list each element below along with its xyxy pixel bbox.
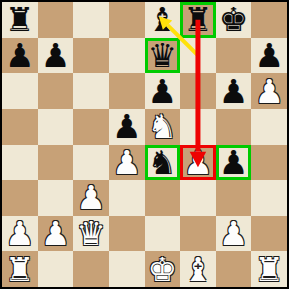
piece-white-pawn-d4[interactable]: ♟ — [112, 146, 142, 179]
piece-black-pawn-e6[interactable]: ♟ — [148, 75, 178, 108]
square-g1[interactable] — [216, 251, 252, 287]
piece-white-pawn-h6[interactable]: ♟ — [254, 75, 284, 108]
square-e5[interactable]: ♞ — [145, 109, 181, 145]
square-f7[interactable] — [180, 38, 216, 74]
square-d1[interactable] — [109, 251, 145, 287]
square-f4[interactable]: ♟ — [180, 145, 216, 181]
square-c3[interactable]: ♟ — [73, 180, 109, 216]
square-h4[interactable] — [251, 145, 287, 181]
square-d2[interactable] — [109, 216, 145, 252]
square-e2[interactable] — [145, 216, 181, 252]
square-e4[interactable]: ♞ — [145, 145, 181, 181]
square-d6[interactable] — [109, 73, 145, 109]
piece-black-bishop-e8[interactable]: ♝ — [148, 3, 178, 36]
square-e8[interactable]: ♝ — [145, 2, 181, 38]
square-c6[interactable] — [73, 73, 109, 109]
square-c1[interactable] — [73, 251, 109, 287]
piece-white-pawn-f4[interactable]: ♟ — [183, 146, 213, 179]
square-h3[interactable] — [251, 180, 287, 216]
square-c4[interactable] — [73, 145, 109, 181]
piece-black-king-g8[interactable]: ♚ — [219, 3, 249, 36]
chess-board-app: ♜♝♜♚♟♟♛♟♟♟♟♟♞♟♞♟♟♟♟♟♛♟♜♚♝♜ — [0, 0, 289, 289]
square-d5[interactable]: ♟ — [109, 109, 145, 145]
square-b2[interactable]: ♟ — [38, 216, 74, 252]
square-f2[interactable] — [180, 216, 216, 252]
square-g2[interactable]: ♟ — [216, 216, 252, 252]
square-c2[interactable]: ♛ — [73, 216, 109, 252]
square-f1[interactable]: ♝ — [180, 251, 216, 287]
square-b3[interactable] — [38, 180, 74, 216]
square-a7[interactable]: ♟ — [2, 38, 38, 74]
square-a3[interactable] — [2, 180, 38, 216]
piece-white-king-e1[interactable]: ♚ — [148, 253, 178, 286]
square-a1[interactable]: ♜ — [2, 251, 38, 287]
piece-white-queen-c2[interactable]: ♛ — [76, 217, 106, 250]
square-f6[interactable] — [180, 73, 216, 109]
piece-black-rook-a8[interactable]: ♜ — [5, 3, 35, 36]
square-d8[interactable] — [109, 2, 145, 38]
square-c5[interactable] — [73, 109, 109, 145]
square-a8[interactable]: ♜ — [2, 2, 38, 38]
square-h8[interactable] — [251, 2, 287, 38]
square-c7[interactable] — [73, 38, 109, 74]
piece-white-rook-a1[interactable]: ♜ — [5, 253, 35, 286]
square-f5[interactable] — [180, 109, 216, 145]
piece-black-pawn-d5[interactable]: ♟ — [112, 110, 142, 143]
square-e3[interactable] — [145, 180, 181, 216]
piece-black-pawn-a7[interactable]: ♟ — [5, 39, 35, 72]
square-b8[interactable] — [38, 2, 74, 38]
square-g4[interactable]: ♟ — [216, 145, 252, 181]
square-b4[interactable] — [38, 145, 74, 181]
square-d4[interactable]: ♟ — [109, 145, 145, 181]
piece-white-rook-h1[interactable]: ♜ — [254, 253, 284, 286]
square-a6[interactable] — [2, 73, 38, 109]
piece-white-knight-e5[interactable]: ♞ — [148, 110, 178, 143]
square-e1[interactable]: ♚ — [145, 251, 181, 287]
square-e6[interactable]: ♟ — [145, 73, 181, 109]
piece-white-bishop-f1[interactable]: ♝ — [183, 253, 213, 286]
piece-black-pawn-g4[interactable]: ♟ — [219, 146, 249, 179]
square-d3[interactable] — [109, 180, 145, 216]
square-b1[interactable] — [38, 251, 74, 287]
piece-black-queen-e7[interactable]: ♛ — [148, 39, 178, 72]
square-b7[interactable]: ♟ — [38, 38, 74, 74]
square-e7[interactable]: ♛ — [145, 38, 181, 74]
square-d7[interactable] — [109, 38, 145, 74]
square-g7[interactable] — [216, 38, 252, 74]
square-f3[interactable] — [180, 180, 216, 216]
square-a5[interactable] — [2, 109, 38, 145]
square-b6[interactable] — [38, 73, 74, 109]
square-b5[interactable] — [38, 109, 74, 145]
piece-black-pawn-b7[interactable]: ♟ — [41, 39, 71, 72]
piece-black-knight-e4[interactable]: ♞ — [148, 146, 178, 179]
square-h6[interactable]: ♟ — [251, 73, 287, 109]
square-h5[interactable] — [251, 109, 287, 145]
piece-white-pawn-a2[interactable]: ♟ — [5, 217, 35, 250]
square-g6[interactable]: ♟ — [216, 73, 252, 109]
piece-black-pawn-h7[interactable]: ♟ — [254, 39, 284, 72]
piece-white-pawn-b2[interactable]: ♟ — [41, 217, 71, 250]
square-h2[interactable] — [251, 216, 287, 252]
board-grid: ♜♝♜♚♟♟♛♟♟♟♟♟♞♟♞♟♟♟♟♟♛♟♜♚♝♜ — [2, 2, 287, 287]
square-h7[interactable]: ♟ — [251, 38, 287, 74]
piece-black-rook-f8[interactable]: ♜ — [183, 3, 213, 36]
square-c8[interactable] — [73, 2, 109, 38]
square-g5[interactable] — [216, 109, 252, 145]
square-a2[interactable]: ♟ — [2, 216, 38, 252]
square-f8[interactable]: ♜ — [180, 2, 216, 38]
piece-white-pawn-g2[interactable]: ♟ — [219, 217, 249, 250]
square-h1[interactable]: ♜ — [251, 251, 287, 287]
square-g8[interactable]: ♚ — [216, 2, 252, 38]
square-g3[interactable] — [216, 180, 252, 216]
square-a4[interactable] — [2, 145, 38, 181]
piece-black-pawn-g6[interactable]: ♟ — [219, 75, 249, 108]
piece-white-pawn-c3[interactable]: ♟ — [76, 181, 106, 214]
